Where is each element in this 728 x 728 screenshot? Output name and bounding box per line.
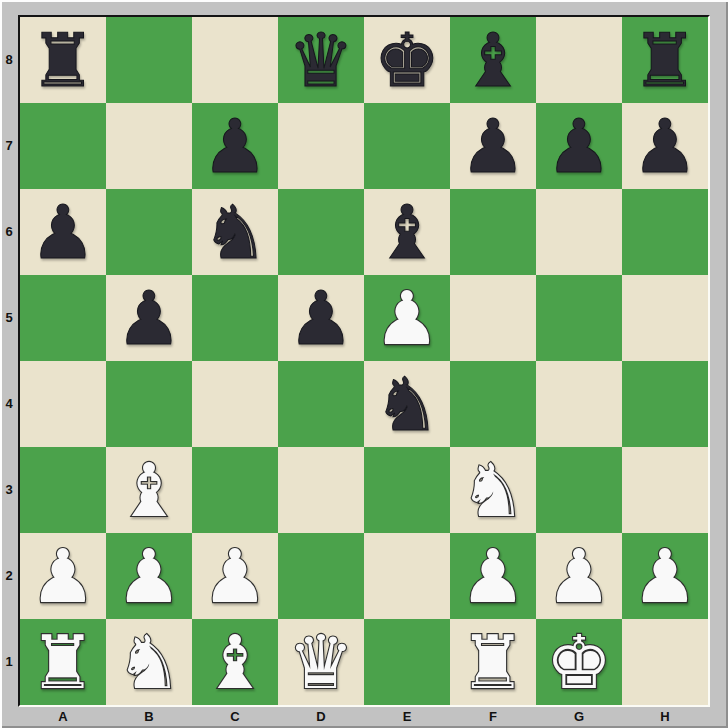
white-pawn-e5[interactable]: ♟ xyxy=(374,275,440,361)
white-pawn-f2[interactable]: ♟ xyxy=(460,533,526,619)
square-d2[interactable] xyxy=(278,533,364,619)
square-f4[interactable] xyxy=(450,361,536,447)
square-d5[interactable]: ♟ xyxy=(278,275,364,361)
square-c3[interactable] xyxy=(192,447,278,533)
black-pawn-a6[interactable]: ♟ xyxy=(30,189,96,275)
square-e8[interactable]: ♚ xyxy=(364,17,450,103)
square-d3[interactable] xyxy=(278,447,364,533)
white-bishop-c1[interactable]: ♝ xyxy=(202,619,268,705)
square-f3[interactable]: ♞ xyxy=(450,447,536,533)
rank-label-5: 5 xyxy=(0,311,18,325)
white-pawn-g2[interactable]: ♟ xyxy=(546,533,612,619)
square-e1[interactable] xyxy=(364,619,450,705)
white-rook-f1[interactable]: ♜ xyxy=(460,619,526,705)
square-c7[interactable]: ♟ xyxy=(192,103,278,189)
black-king-e8[interactable]: ♚ xyxy=(374,17,440,103)
square-c2[interactable]: ♟ xyxy=(192,533,278,619)
black-knight-c6[interactable]: ♞ xyxy=(202,189,268,275)
file-label-b: B xyxy=(106,709,192,725)
rank-label-7: 7 xyxy=(0,139,18,153)
square-f8[interactable]: ♝ xyxy=(450,17,536,103)
black-queen-d8[interactable]: ♛ xyxy=(288,17,354,103)
black-knight-e4[interactable]: ♞ xyxy=(374,361,440,447)
file-labels: ABCDEFGH xyxy=(20,707,708,728)
square-f2[interactable]: ♟ xyxy=(450,533,536,619)
square-h3[interactable] xyxy=(622,447,708,533)
square-e7[interactable] xyxy=(364,103,450,189)
black-pawn-c7[interactable]: ♟ xyxy=(202,103,268,189)
square-g4[interactable] xyxy=(536,361,622,447)
square-b3[interactable]: ♝ xyxy=(106,447,192,533)
black-bishop-f8[interactable]: ♝ xyxy=(460,17,526,103)
square-f5[interactable] xyxy=(450,275,536,361)
square-e3[interactable] xyxy=(364,447,450,533)
white-knight-b1[interactable]: ♞ xyxy=(116,619,182,705)
file-label-d: D xyxy=(278,709,364,725)
square-c8[interactable] xyxy=(192,17,278,103)
white-pawn-b2[interactable]: ♟ xyxy=(116,533,182,619)
square-a3[interactable] xyxy=(20,447,106,533)
square-h7[interactable]: ♟ xyxy=(622,103,708,189)
square-c5[interactable] xyxy=(192,275,278,361)
file-label-a: A xyxy=(20,709,106,725)
square-d4[interactable] xyxy=(278,361,364,447)
square-d6[interactable] xyxy=(278,189,364,275)
square-d7[interactable] xyxy=(278,103,364,189)
rank-label-3: 3 xyxy=(0,483,18,497)
square-d8[interactable]: ♛ xyxy=(278,17,364,103)
black-pawn-h7[interactable]: ♟ xyxy=(632,103,698,189)
black-rook-h8[interactable]: ♜ xyxy=(632,17,698,103)
white-rook-a1[interactable]: ♜ xyxy=(30,619,96,705)
square-f6[interactable] xyxy=(450,189,536,275)
square-h4[interactable] xyxy=(622,361,708,447)
square-g1[interactable]: ♚ xyxy=(536,619,622,705)
square-b7[interactable] xyxy=(106,103,192,189)
square-b1[interactable]: ♞ xyxy=(106,619,192,705)
square-a4[interactable] xyxy=(20,361,106,447)
black-rook-a8[interactable]: ♜ xyxy=(30,17,96,103)
black-pawn-d5[interactable]: ♟ xyxy=(288,275,354,361)
chess-board: ♜♛♚♝♜♟♟♟♟♟♞♝♟♟♟♞♝♞♟♟♟♟♟♟♜♞♝♛♜♚ xyxy=(18,15,710,707)
rank-label-4: 4 xyxy=(0,397,18,411)
square-b6[interactable] xyxy=(106,189,192,275)
file-label-c: C xyxy=(192,709,278,725)
white-knight-f3[interactable]: ♞ xyxy=(460,447,526,533)
square-e2[interactable] xyxy=(364,533,450,619)
square-a6[interactable]: ♟ xyxy=(20,189,106,275)
square-a1[interactable]: ♜ xyxy=(20,619,106,705)
file-label-e: E xyxy=(364,709,450,725)
square-h2[interactable]: ♟ xyxy=(622,533,708,619)
white-pawn-c2[interactable]: ♟ xyxy=(202,533,268,619)
square-g7[interactable]: ♟ xyxy=(536,103,622,189)
white-bishop-b3[interactable]: ♝ xyxy=(116,447,182,533)
square-e6[interactable]: ♝ xyxy=(364,189,450,275)
square-c1[interactable]: ♝ xyxy=(192,619,278,705)
square-e4[interactable]: ♞ xyxy=(364,361,450,447)
square-g3[interactable] xyxy=(536,447,622,533)
file-label-g: G xyxy=(536,709,622,725)
file-label-f: F xyxy=(450,709,536,725)
rank-label-1: 1 xyxy=(0,655,18,669)
square-a2[interactable]: ♟ xyxy=(20,533,106,619)
square-b2[interactable]: ♟ xyxy=(106,533,192,619)
rank-label-6: 6 xyxy=(0,225,18,239)
square-g8[interactable] xyxy=(536,17,622,103)
white-pawn-a2[interactable]: ♟ xyxy=(30,533,96,619)
square-g5[interactable] xyxy=(536,275,622,361)
white-queen-d1[interactable]: ♛ xyxy=(288,619,354,705)
board-frame: 87654321 ♜♛♚♝♜♟♟♟♟♟♞♝♟♟♟♞♝♞♟♟♟♟♟♟♜♞♝♛♜♚ … xyxy=(0,0,728,728)
square-h6[interactable] xyxy=(622,189,708,275)
square-f1[interactable]: ♜ xyxy=(450,619,536,705)
rank-label-2: 2 xyxy=(0,569,18,583)
white-pawn-h2[interactable]: ♟ xyxy=(632,533,698,619)
square-h8[interactable]: ♜ xyxy=(622,17,708,103)
rank-labels: 87654321 xyxy=(0,17,18,705)
black-bishop-e6[interactable]: ♝ xyxy=(374,189,440,275)
square-c4[interactable] xyxy=(192,361,278,447)
square-f7[interactable]: ♟ xyxy=(450,103,536,189)
square-b8[interactable] xyxy=(106,17,192,103)
square-h5[interactable] xyxy=(622,275,708,361)
black-pawn-b5[interactable]: ♟ xyxy=(116,275,182,361)
black-pawn-f7[interactable]: ♟ xyxy=(460,103,526,189)
square-a7[interactable] xyxy=(20,103,106,189)
square-b5[interactable]: ♟ xyxy=(106,275,192,361)
white-king-g1[interactable]: ♚ xyxy=(546,619,612,705)
square-b4[interactable] xyxy=(106,361,192,447)
square-a5[interactable] xyxy=(20,275,106,361)
square-h1[interactable] xyxy=(622,619,708,705)
black-pawn-g7[interactable]: ♟ xyxy=(546,103,612,189)
square-a8[interactable]: ♜ xyxy=(20,17,106,103)
rank-label-8: 8 xyxy=(0,53,18,67)
square-c6[interactable]: ♞ xyxy=(192,189,278,275)
square-d1[interactable]: ♛ xyxy=(278,619,364,705)
square-e5[interactable]: ♟ xyxy=(364,275,450,361)
file-label-h: H xyxy=(622,709,708,725)
square-g6[interactable] xyxy=(536,189,622,275)
square-g2[interactable]: ♟ xyxy=(536,533,622,619)
